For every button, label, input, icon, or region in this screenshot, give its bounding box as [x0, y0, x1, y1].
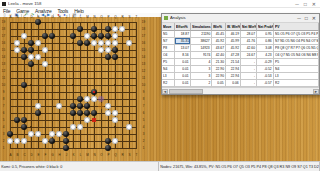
- analysis-maximize-icon[interactable]: □: [305, 15, 308, 21]
- board-point-L18[interactable]: [77, 26, 84, 33]
- board-point-J9[interactable]: [63, 89, 70, 96]
- board-point-T15[interactable]: [133, 47, 140, 54]
- scroll-left-icon[interactable]: ◄: [162, 89, 168, 94]
- board-point-B7[interactable]: [14, 103, 21, 110]
- board-point-B15[interactable]: [14, 47, 21, 54]
- board-point-G17[interactable]: [49, 33, 56, 40]
- board-point-O12[interactable]: [98, 68, 105, 75]
- cell-L3-1[interactable]: 0.01: [175, 73, 191, 80]
- board-point-L10[interactable]: [77, 82, 84, 89]
- board-point-R9[interactable]: [119, 89, 126, 96]
- cell-N4-3[interactable]: 22.90: [212, 66, 226, 73]
- analysis-row-R2[interactable]: R20.0120.050.06--0.57R2: [162, 80, 319, 87]
- board-point-Q9[interactable]: [112, 89, 119, 96]
- board-point-A16[interactable]: [7, 40, 14, 47]
- board-point-H16[interactable]: [56, 40, 63, 47]
- analysis-row-L3[interactable]: L30.01322.9022.94--0.53L3: [162, 73, 319, 80]
- board-point-K19[interactable]: [70, 19, 77, 26]
- board-point-G3[interactable]: [49, 131, 56, 138]
- board-point-F16[interactable]: [42, 40, 49, 47]
- board-point-M18[interactable]: [84, 26, 91, 33]
- column-header-effort[interactable]: Effort%: [175, 23, 191, 31]
- board-point-R1[interactable]: [119, 145, 126, 152]
- board-point-S19[interactable]: [126, 19, 133, 26]
- cell-P8-6[interactable]: 3.08: [257, 45, 274, 52]
- board-point-D1[interactable]: [28, 145, 35, 152]
- board-point-F1[interactable]: [42, 145, 49, 152]
- board-point-R16[interactable]: [119, 40, 126, 47]
- board-point-G6[interactable]: [49, 110, 56, 117]
- board-point-B1[interactable]: [14, 145, 21, 152]
- board-point-J17[interactable]: [63, 33, 70, 40]
- board-point-L2[interactable]: [77, 138, 84, 145]
- cell-N5-5[interactable]: 28.07: [241, 31, 257, 38]
- board-point-N13[interactable]: [91, 61, 98, 68]
- board-point-P7[interactable]: [105, 103, 112, 110]
- board-point-C7[interactable]: [21, 103, 28, 110]
- board-point-L8[interactable]: [77, 96, 84, 103]
- board-point-E18[interactable]: [35, 26, 42, 33]
- board-point-J18[interactable]: [63, 26, 70, 33]
- board-point-B19[interactable]: [14, 19, 21, 26]
- cell-L3-7[interactable]: L3: [274, 73, 319, 80]
- board-point-S9[interactable]: [126, 89, 133, 96]
- cell-N7-2[interactable]: 38627: [191, 38, 212, 45]
- cell-P8-7[interactable]: P8 Q8 Q7 R7 P7 Q6 O5 N5 Q9 R9 Q10 S8: [274, 45, 319, 52]
- analysis-row-P8[interactable]: P813.071492343.6745.9242.603.08P8 Q8 Q7 …: [162, 45, 319, 52]
- board-point-H7[interactable]: [56, 103, 63, 110]
- cell-O4-0[interactable]: O4: [162, 52, 175, 59]
- board-point-K3[interactable]: [70, 131, 77, 138]
- board-point-M8[interactable]: [84, 96, 91, 103]
- cell-P5-7[interactable]: P5: [274, 59, 319, 66]
- cell-N5-3[interactable]: 45.45: [212, 31, 226, 38]
- analysis-horizontal-scrollbar[interactable]: ◄ ►: [162, 87, 319, 94]
- cell-R2-6[interactable]: -0.57: [257, 80, 274, 87]
- board-point-O17[interactable]: [98, 33, 105, 40]
- cell-N5-6[interactable]: 0.95: [257, 31, 274, 38]
- cell-N7-5[interactable]: 41.76: [241, 38, 257, 45]
- board-point-B18[interactable]: [14, 26, 21, 33]
- board-point-K13[interactable]: [70, 61, 77, 68]
- board-point-K17[interactable]: [70, 33, 77, 40]
- board-point-S10[interactable]: [126, 82, 133, 89]
- board-point-P3[interactable]: [105, 131, 112, 138]
- board-point-S7[interactable]: [126, 103, 133, 110]
- board-point-G5[interactable]: [49, 117, 56, 124]
- board-point-A4[interactable]: [7, 124, 14, 131]
- board-point-O1[interactable]: [98, 145, 105, 152]
- board-point-C16[interactable]: [21, 40, 28, 47]
- board-point-M11[interactable]: [84, 75, 91, 82]
- board-point-G12[interactable]: [49, 68, 56, 75]
- board-point-R5[interactable]: [119, 117, 126, 124]
- board-point-B5[interactable]: [14, 117, 21, 124]
- board-point-H9[interactable]: [56, 89, 63, 96]
- board-point-O8[interactable]: [98, 96, 105, 103]
- board-point-M4[interactable]: [84, 124, 91, 131]
- board-point-O13[interactable]: [98, 61, 105, 68]
- cell-O4-7[interactable]: O4 Q7 N5 O5 N4 O6 N6 M8 P5 P4 P8 Q8: [274, 52, 319, 59]
- board-point-Q14[interactable]: [112, 54, 119, 61]
- board-point-C15[interactable]: [21, 47, 28, 54]
- board-point-R13[interactable]: [119, 61, 126, 68]
- cell-P5-0[interactable]: P5: [162, 59, 175, 66]
- cell-P8-1[interactable]: 13.07: [175, 45, 191, 52]
- board-point-J7[interactable]: [63, 103, 70, 110]
- board-point-E11[interactable]: [35, 75, 42, 82]
- board-point-R12[interactable]: [119, 68, 126, 75]
- board-point-F19[interactable]: [42, 19, 49, 26]
- cell-R2-2[interactable]: 2: [191, 80, 212, 87]
- board-point-L5[interactable]: [77, 117, 84, 124]
- board-point-E16[interactable]: [35, 40, 42, 47]
- board-point-J13[interactable]: [63, 61, 70, 68]
- board-point-B2[interactable]: [14, 138, 21, 145]
- board-point-T4[interactable]: [133, 124, 140, 131]
- board-point-Q3[interactable]: [112, 131, 119, 138]
- board-point-T5[interactable]: [133, 117, 140, 124]
- board-point-B11[interactable]: [14, 75, 21, 82]
- board-point-T10[interactable]: [133, 82, 140, 89]
- board-point-Q17[interactable]: [112, 33, 119, 40]
- board-point-D10[interactable]: [28, 82, 35, 89]
- analysis-row-P5[interactable]: P50.01421.3021.54--0.29P5: [162, 59, 319, 66]
- board-point-J4[interactable]: [63, 124, 70, 131]
- board-point-F9[interactable]: [42, 89, 49, 96]
- board-point-B3[interactable]: [14, 131, 21, 138]
- cell-P8-0[interactable]: P8: [162, 45, 175, 52]
- board-point-T8[interactable]: [133, 96, 140, 103]
- board-point-A10[interactable]: [7, 82, 14, 89]
- board-point-N6[interactable]: [91, 110, 98, 117]
- cell-P5-3[interactable]: 21.30: [212, 59, 226, 66]
- board-point-C5[interactable]: [21, 117, 28, 124]
- board-point-F15[interactable]: [42, 47, 49, 54]
- board-point-F18[interactable]: [42, 26, 49, 33]
- board-point-M17[interactable]: [84, 33, 91, 40]
- board-point-R3[interactable]: [119, 131, 126, 138]
- cell-N4-5[interactable]: -: [241, 66, 257, 73]
- board-point-M19[interactable]: [84, 19, 91, 26]
- board-point-D5[interactable]: [28, 117, 35, 124]
- board-point-H11[interactable]: [56, 75, 63, 82]
- board-point-H19[interactable]: [56, 19, 63, 26]
- board-point-A8[interactable]: [7, 96, 14, 103]
- cell-R2-5[interactable]: -: [241, 80, 257, 87]
- board-point-E4[interactable]: [35, 124, 42, 131]
- board-point-G18[interactable]: [49, 26, 56, 33]
- board-point-P12[interactable]: [105, 68, 112, 75]
- board-point-Q11[interactable]: [112, 75, 119, 82]
- analysis-row-N5[interactable]: N518.872119045.4546.1928.070.95N5 O5 P6 …: [162, 31, 319, 38]
- cell-O4-5[interactable]: 24.67: [241, 52, 257, 59]
- cell-R2-7[interactable]: R2: [274, 80, 319, 87]
- board-point-Q8[interactable]: [112, 96, 119, 103]
- board-point-G8[interactable]: [49, 96, 56, 103]
- board-point-L15[interactable]: [77, 47, 84, 54]
- board-point-N8[interactable]: [91, 96, 98, 103]
- board-point-D17[interactable]: [28, 33, 35, 40]
- board-point-R2[interactable]: [119, 138, 126, 145]
- board-point-P9[interactable]: [105, 89, 112, 96]
- board-point-S11[interactable]: [126, 75, 133, 82]
- cell-O4-4[interactable]: 47.28: [226, 52, 241, 59]
- board-point-F12[interactable]: [42, 68, 49, 75]
- board-point-F2[interactable]: [42, 138, 49, 145]
- board-point-T17[interactable]: [133, 33, 140, 40]
- board-point-E3[interactable]: [35, 131, 42, 138]
- board-point-R4[interactable]: [119, 124, 126, 131]
- board-point-E14[interactable]: [35, 54, 42, 61]
- board-point-G11[interactable]: [49, 75, 56, 82]
- board-point-P17[interactable]: [105, 33, 112, 40]
- board-point-D6[interactable]: [28, 110, 35, 117]
- board-point-D13[interactable]: [28, 61, 35, 68]
- board-point-Q13[interactable]: [112, 61, 119, 68]
- board-point-C8[interactable]: [21, 96, 28, 103]
- board-point-S3[interactable]: [126, 131, 133, 138]
- column-header-netwin[interactable]: Net Win%: [241, 23, 257, 31]
- cell-P5-5[interactable]: -: [241, 59, 257, 66]
- board-point-Q19[interactable]: [112, 19, 119, 26]
- board-point-O16[interactable]: [98, 40, 105, 47]
- board-point-J12[interactable]: [63, 68, 70, 75]
- board-point-K11[interactable]: [70, 75, 77, 82]
- board-point-K16[interactable]: [70, 40, 77, 47]
- board-point-G7[interactable]: [49, 103, 56, 110]
- board-point-T19[interactable]: [133, 19, 140, 26]
- board-point-S13[interactable]: [126, 61, 133, 68]
- board-point-G14[interactable]: [49, 54, 56, 61]
- board-point-C18[interactable]: [21, 26, 28, 33]
- board-point-M5[interactable]: [84, 117, 91, 124]
- board-point-L17[interactable]: [77, 33, 84, 40]
- board-point-O19[interactable]: [98, 19, 105, 26]
- board-point-N1[interactable]: [91, 145, 98, 152]
- board-point-R8[interactable]: [119, 96, 126, 103]
- board-point-E9[interactable]: [35, 89, 42, 96]
- board-point-Q1[interactable]: [112, 145, 119, 152]
- board-point-S2[interactable]: [126, 138, 133, 145]
- cell-O4-6[interactable]: 4.23: [257, 52, 274, 59]
- board-point-S8[interactable]: [126, 96, 133, 103]
- board-point-S4[interactable]: [126, 124, 133, 131]
- board-point-O9[interactable]: [98, 89, 105, 96]
- board-point-H12[interactable]: [56, 68, 63, 75]
- cell-P5-4[interactable]: 21.54: [226, 59, 241, 66]
- board-point-T14[interactable]: [133, 54, 140, 61]
- close-icon[interactable]: ✕: [312, 1, 316, 7]
- board-point-E15[interactable]: [35, 47, 42, 54]
- column-header-pv[interactable]: PV: [274, 23, 319, 31]
- board-point-M1[interactable]: [84, 145, 91, 152]
- cell-N4-4[interactable]: 22.94: [226, 66, 241, 73]
- board-point-F6[interactable]: [42, 110, 49, 117]
- board-point-S15[interactable]: [126, 47, 133, 54]
- board-point-C4[interactable]: [21, 124, 28, 131]
- board-point-J11[interactable]: [63, 75, 70, 82]
- board-point-J19[interactable]: [63, 19, 70, 26]
- board-point-H4[interactable]: [56, 124, 63, 131]
- board-point-K12[interactable]: [70, 68, 77, 75]
- cell-N5-0[interactable]: N5: [162, 31, 175, 38]
- cell-L3-4[interactable]: 22.94: [226, 73, 241, 80]
- board-point-E13[interactable]: [35, 61, 42, 68]
- board-point-B6[interactable]: [14, 110, 21, 117]
- board-point-L13[interactable]: [77, 61, 84, 68]
- board-point-K6[interactable]: [70, 110, 77, 117]
- board-point-G19[interactable]: [49, 19, 56, 26]
- board-point-C6[interactable]: [21, 110, 28, 117]
- board-point-N14[interactable]: [91, 54, 98, 61]
- cell-N4-6[interactable]: -0.52: [257, 66, 274, 73]
- board-point-E17[interactable]: [35, 33, 42, 40]
- board-point-F11[interactable]: [42, 75, 49, 82]
- board-point-R17[interactable]: [119, 33, 126, 40]
- board-point-M14[interactable]: [84, 54, 91, 61]
- board-point-F4[interactable]: [42, 124, 49, 131]
- board-point-A13[interactable]: [7, 61, 14, 68]
- board-point-B13[interactable]: [14, 61, 21, 68]
- board-point-J16[interactable]: [63, 40, 70, 47]
- board-point-P16[interactable]: [105, 40, 112, 47]
- cell-R2-0[interactable]: R2: [162, 80, 175, 87]
- board-point-C19[interactable]: [21, 19, 28, 26]
- board-point-R18[interactable]: [119, 26, 126, 33]
- board-point-Q12[interactable]: [112, 68, 119, 75]
- board-point-L11[interactable]: [77, 75, 84, 82]
- analysis-row-N7[interactable]: N735.313862745.9245.9941.760.86N7 N5 O5 …: [162, 38, 319, 45]
- board-point-C1[interactable]: [21, 145, 28, 152]
- maximize-icon[interactable]: □: [304, 1, 307, 7]
- cell-N5-2[interactable]: 21190: [191, 31, 212, 38]
- board-point-D14[interactable]: [28, 54, 35, 61]
- scroll-right-icon[interactable]: ►: [313, 89, 319, 94]
- board-point-A12[interactable]: [7, 68, 14, 75]
- board-point-E8[interactable]: [35, 96, 42, 103]
- board-point-J6[interactable]: [63, 110, 70, 117]
- cell-N7-0[interactable]: N7: [162, 38, 175, 45]
- board-point-K10[interactable]: [70, 82, 77, 89]
- board-point-H3[interactable]: [56, 131, 63, 138]
- board-point-O2[interactable]: [98, 138, 105, 145]
- board-point-T7[interactable]: [133, 103, 140, 110]
- board-point-N5[interactable]: [91, 117, 98, 124]
- board-point-T9[interactable]: [133, 89, 140, 96]
- scrollbar-thumb[interactable]: [169, 89, 203, 94]
- board-point-F5[interactable]: [42, 117, 49, 124]
- board-point-K14[interactable]: [70, 54, 77, 61]
- cell-N4-2[interactable]: 3: [191, 66, 212, 73]
- board-point-T2[interactable]: [133, 138, 140, 145]
- board-point-Q5[interactable]: [112, 117, 119, 124]
- board-point-P11[interactable]: [105, 75, 112, 82]
- board-point-G16[interactable]: [49, 40, 56, 47]
- board-point-B16[interactable]: [14, 40, 21, 47]
- board-point-J3[interactable]: [63, 131, 70, 138]
- board-point-J10[interactable]: [63, 82, 70, 89]
- board-point-P1[interactable]: [105, 145, 112, 152]
- cell-P8-5[interactable]: 42.60: [241, 45, 257, 52]
- board-point-D2[interactable]: [28, 138, 35, 145]
- board-point-K8[interactable]: [70, 96, 77, 103]
- board-point-Q10[interactable]: [112, 82, 119, 89]
- board-point-F10[interactable]: [42, 82, 49, 89]
- board-point-H6[interactable]: [56, 110, 63, 117]
- board-point-O3[interactable]: [98, 131, 105, 138]
- cell-N4-1[interactable]: 0.01: [175, 66, 191, 73]
- board-point-N10[interactable]: [91, 82, 98, 89]
- cell-N7-6[interactable]: 0.86: [257, 38, 274, 45]
- board-point-P13[interactable]: [105, 61, 112, 68]
- board-point-R19[interactable]: [119, 19, 126, 26]
- board-point-O6[interactable]: [98, 110, 105, 117]
- board-point-H14[interactable]: [56, 54, 63, 61]
- cell-P8-2[interactable]: 14923: [191, 45, 212, 52]
- board-point-A1[interactable]: [7, 145, 14, 152]
- board-point-N7[interactable]: [91, 103, 98, 110]
- cell-N4-7[interactable]: N4: [274, 66, 319, 73]
- board-point-B8[interactable]: [14, 96, 21, 103]
- board-point-M15[interactable]: [84, 47, 91, 54]
- board-point-A18[interactable]: [7, 26, 14, 33]
- board-point-N18[interactable]: [91, 26, 98, 33]
- board-point-S18[interactable]: [126, 26, 133, 33]
- cell-N5-4[interactable]: 46.19: [226, 31, 241, 38]
- board-point-H8[interactable]: [56, 96, 63, 103]
- board-point-M9[interactable]: [84, 89, 91, 96]
- cell-N7-4[interactable]: 45.99: [226, 38, 241, 45]
- board-point-O5[interactable]: [98, 117, 105, 124]
- board-point-D3[interactable]: [28, 131, 35, 138]
- board-point-D12[interactable]: [28, 68, 35, 75]
- board-point-S5[interactable]: [126, 117, 133, 124]
- board-point-Q2[interactable]: [112, 138, 119, 145]
- board-point-L12[interactable]: [77, 68, 84, 75]
- column-header-wwin[interactable]: W. Win%: [226, 23, 241, 31]
- board-point-M3[interactable]: [84, 131, 91, 138]
- cell-N7-1[interactable]: 35.31: [175, 38, 191, 45]
- board-point-K15[interactable]: [70, 47, 77, 54]
- board-point-S6[interactable]: [126, 110, 133, 117]
- board-point-H17[interactable]: [56, 33, 63, 40]
- board-point-K2[interactable]: [70, 138, 77, 145]
- board-point-O18[interactable]: [98, 26, 105, 33]
- board-point-G1[interactable]: [49, 145, 56, 152]
- board-point-E2[interactable]: [35, 138, 42, 145]
- analysis-row-N4[interactable]: N40.01322.9022.94--0.52N4: [162, 66, 319, 73]
- board-point-O14[interactable]: [98, 54, 105, 61]
- board-point-D19[interactable]: [28, 19, 35, 26]
- board-point-J2[interactable]: [63, 138, 70, 145]
- board-point-A6[interactable]: [7, 110, 14, 117]
- cell-L3-5[interactable]: -: [241, 73, 257, 80]
- analysis-title-bar[interactable]: Analysis ─ □ ✕: [162, 14, 319, 23]
- board-point-C3[interactable]: [21, 131, 28, 138]
- board-point-G9[interactable]: [49, 89, 56, 96]
- board-point-R7[interactable]: [119, 103, 126, 110]
- minimize-icon[interactable]: ─: [295, 1, 299, 7]
- board-point-T3[interactable]: [133, 131, 140, 138]
- board-point-E10[interactable]: [35, 82, 42, 89]
- cell-O4-2[interactable]: 9174: [191, 52, 212, 59]
- board-point-A15[interactable]: [7, 47, 14, 54]
- board-point-C10[interactable]: [21, 82, 28, 89]
- board-point-D16[interactable]: [28, 40, 35, 47]
- cell-N5-7[interactable]: N5 O5 P6 O7 Q5 O3 P5 P4 P8 Q8 Q3 R3 N9 O…: [274, 31, 319, 38]
- board-point-N15[interactable]: [91, 47, 98, 54]
